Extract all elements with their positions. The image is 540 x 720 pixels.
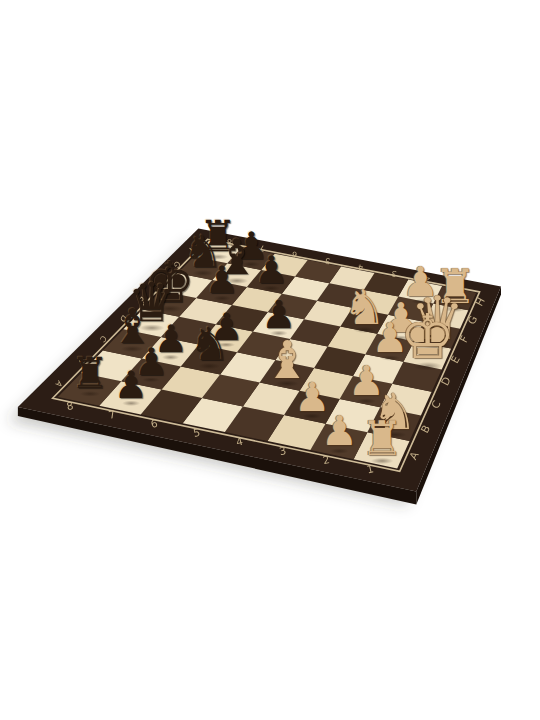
chessboard-product-photo: 12345678ABCDEFGHABCDEFGH12345678 ♜♝♛♚♞♜♟… [0, 0, 540, 720]
chess-board: 12345678ABCDEFGHABCDEFGH12345678 [0, 0, 540, 720]
